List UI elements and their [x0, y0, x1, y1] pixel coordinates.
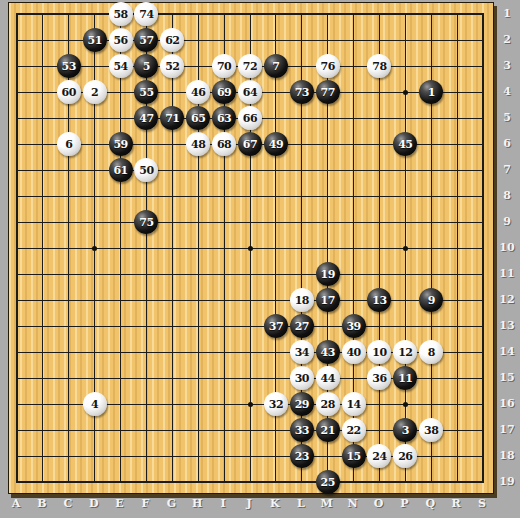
go-kifu-diagram: 1234567891011121314151718192122232425262…: [0, 0, 520, 518]
star-point-J16: [248, 402, 253, 407]
row-label-11: 11: [495, 267, 519, 281]
stone-black-71: 71: [160, 106, 184, 130]
stone-black-1: 1: [419, 80, 443, 104]
stone-white-8: 8: [419, 340, 443, 364]
stone-white-46: 46: [186, 80, 210, 104]
stone-white-56: 56: [109, 28, 133, 52]
column-label-S: S: [472, 497, 492, 511]
column-label-J: J: [239, 497, 259, 511]
stone-white-44: 44: [316, 366, 340, 390]
stone-white-68: 68: [212, 132, 236, 156]
row-label-4: 4: [495, 85, 519, 99]
stone-black-45: 45: [393, 132, 417, 156]
go-board: 1234567891011121314151718192122232425262…: [8, 2, 494, 494]
column-label-F: F: [135, 497, 155, 511]
stone-white-52: 52: [160, 54, 184, 78]
stone-white-28: 28: [316, 392, 340, 416]
column-label-Q: Q: [420, 497, 440, 511]
column-label-K: K: [265, 497, 285, 511]
row-label-1: 1: [495, 7, 519, 21]
stone-white-6: 6: [57, 132, 81, 156]
stone-black-57: 57: [134, 28, 158, 52]
stone-white-50: 50: [134, 158, 158, 182]
row-label-10: 10: [495, 241, 519, 255]
row-label-17: 17: [495, 423, 519, 437]
stone-black-13: 13: [367, 288, 391, 312]
stone-white-12: 12: [393, 340, 417, 364]
stone-black-25: 25: [316, 470, 340, 494]
stone-white-40: 40: [342, 340, 366, 364]
column-label-D: D: [84, 497, 104, 511]
grid-line-vertical: [457, 13, 458, 483]
column-label-M: M: [317, 497, 337, 511]
stone-black-49: 49: [264, 132, 288, 156]
stone-white-62: 62: [160, 28, 184, 52]
stone-black-59: 59: [109, 132, 133, 156]
stone-black-61: 61: [109, 158, 133, 182]
stone-black-43: 43: [316, 340, 340, 364]
stone-white-38: 38: [419, 418, 443, 442]
stone-white-10: 10: [367, 340, 391, 364]
stone-black-47: 47: [134, 106, 158, 130]
row-label-8: 8: [495, 189, 519, 203]
column-label-P: P: [394, 497, 414, 511]
stone-white-76: 76: [316, 54, 340, 78]
column-label-H: H: [187, 497, 207, 511]
star-point-J10: [248, 246, 253, 251]
stone-black-73: 73: [290, 80, 314, 104]
stone-black-9: 9: [419, 288, 443, 312]
stone-black-7: 7: [264, 54, 288, 78]
row-label-5: 5: [495, 111, 519, 125]
stone-black-27: 27: [290, 314, 314, 338]
stone-white-58: 58: [109, 2, 133, 26]
stone-black-33: 33: [290, 418, 314, 442]
stone-black-37: 37: [264, 314, 288, 338]
row-label-19: 19: [495, 475, 519, 489]
row-label-15: 15: [495, 371, 519, 385]
column-label-B: B: [32, 497, 52, 511]
stone-white-30: 30: [290, 366, 314, 390]
row-label-16: 16: [495, 397, 519, 411]
stone-black-65: 65: [186, 106, 210, 130]
stone-white-14: 14: [342, 392, 366, 416]
row-label-7: 7: [495, 163, 519, 177]
stone-white-66: 66: [238, 106, 262, 130]
stone-black-53: 53: [57, 54, 81, 78]
stone-black-67: 67: [238, 132, 262, 156]
stone-black-15: 15: [342, 444, 366, 468]
row-label-14: 14: [495, 345, 519, 359]
stone-white-4: 4: [83, 392, 107, 416]
stone-black-23: 23: [290, 444, 314, 468]
grid-line-vertical: [482, 13, 484, 483]
stone-black-75: 75: [134, 210, 158, 234]
stone-white-24: 24: [367, 444, 391, 468]
stone-white-36: 36: [367, 366, 391, 390]
stone-white-70: 70: [212, 54, 236, 78]
stone-black-19: 19: [316, 262, 340, 286]
stone-white-54: 54: [109, 54, 133, 78]
row-label-13: 13: [495, 319, 519, 333]
stone-white-34: 34: [290, 340, 314, 364]
grid-line-horizontal: [16, 300, 484, 301]
row-label-6: 6: [495, 137, 519, 151]
stone-white-2: 2: [83, 80, 107, 104]
stone-black-11: 11: [393, 366, 417, 390]
row-label-2: 2: [495, 33, 519, 47]
stone-black-39: 39: [342, 314, 366, 338]
stone-white-48: 48: [186, 132, 210, 156]
star-point-P10: [403, 246, 408, 251]
star-point-P4: [403, 90, 408, 95]
stone-white-64: 64: [238, 80, 262, 104]
stone-black-5: 5: [134, 54, 158, 78]
stone-white-60: 60: [57, 80, 81, 104]
column-label-G: G: [161, 497, 181, 511]
grid-line-horizontal: [16, 481, 484, 483]
stone-black-17: 17: [316, 288, 340, 312]
column-label-L: L: [291, 497, 311, 511]
stone-black-51: 51: [83, 28, 107, 52]
stone-black-21: 21: [316, 418, 340, 442]
grid-line-vertical: [379, 13, 380, 483]
row-label-12: 12: [495, 293, 519, 307]
star-point-P16: [403, 402, 408, 407]
column-label-C: C: [58, 497, 78, 511]
column-label-E: E: [110, 497, 130, 511]
stone-white-32: 32: [264, 392, 288, 416]
stone-black-69: 69: [212, 80, 236, 104]
stone-black-63: 63: [212, 106, 236, 130]
stone-white-74: 74: [134, 2, 158, 26]
stone-black-77: 77: [316, 80, 340, 104]
row-label-18: 18: [495, 449, 519, 463]
column-label-N: N: [343, 497, 363, 511]
stone-white-26: 26: [393, 444, 417, 468]
stone-black-29: 29: [290, 392, 314, 416]
grid-line-horizontal: [16, 274, 484, 275]
star-point-D10: [92, 246, 97, 251]
stone-white-72: 72: [238, 54, 262, 78]
stone-black-3: 3: [393, 418, 417, 442]
row-label-9: 9: [495, 215, 519, 229]
stone-black-55: 55: [134, 80, 158, 104]
stone-white-18: 18: [290, 288, 314, 312]
stone-white-78: 78: [367, 54, 391, 78]
column-label-R: R: [446, 497, 466, 511]
row-label-3: 3: [495, 59, 519, 73]
column-label-O: O: [368, 497, 388, 511]
column-label-I: I: [213, 497, 233, 511]
grid-line-horizontal: [16, 326, 484, 327]
stone-white-22: 22: [342, 418, 366, 442]
column-label-A: A: [6, 497, 26, 511]
